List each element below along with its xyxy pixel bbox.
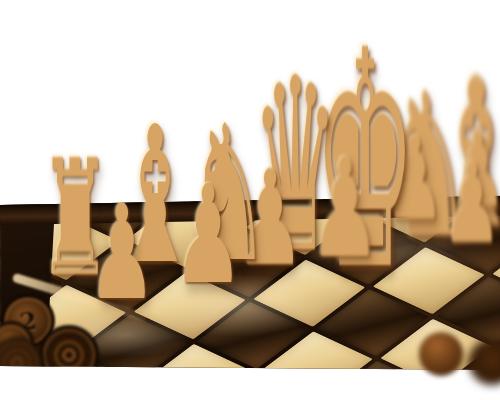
square-h4[interactable] [388,390,500,400]
white-pawn-d2[interactable]: ♟ [309,140,380,277]
blurred-dark-pawn-head [419,332,463,376]
square-c1[interactable] [0,369,14,400]
square-f3[interactable] [205,373,318,400]
chess-set-photo: 2 ♝♟♞♟♟♚♛♟♟♞♝♟♜♟ [0,0,500,400]
white-pawn-b2[interactable]: ♟ [173,167,244,303]
square-e2[interactable] [85,386,198,400]
white-pawn-f2[interactable]: ♟ [443,147,500,259]
carved-checker[interactable] [39,325,99,385]
white-pawn-a2[interactable]: ♟ [88,187,156,318]
